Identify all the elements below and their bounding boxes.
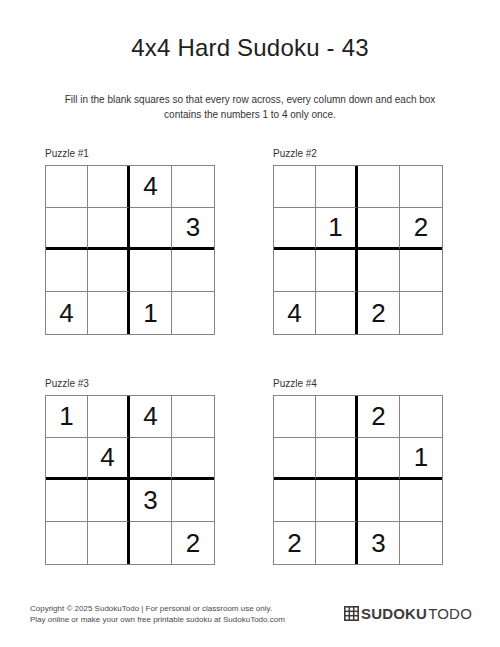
puzzle-label-2: Puzzle #2 <box>273 149 450 159</box>
sudoku-cell-r4c2 <box>88 522 130 564</box>
sudoku-cell-r4c3: 1 <box>130 292 172 334</box>
sudoku-cell-r4c2 <box>316 522 358 564</box>
sudoku-cell-r1c2 <box>316 166 358 208</box>
sudoku-cell-r3c4 <box>400 250 442 292</box>
sudoku-cell-r3c1 <box>274 480 316 522</box>
sudoku-cell-r4c1: 4 <box>46 292 88 334</box>
sudoku-cell-r1c4 <box>400 166 442 208</box>
sudoku-cell-r3c4 <box>400 480 442 522</box>
sudoku-cell-r4c3: 3 <box>358 522 400 564</box>
sudoku-cell-r1c4 <box>172 166 214 208</box>
puzzle-block-4: Puzzle #4 2123 <box>273 379 450 565</box>
sudoku-cell-r4c2 <box>88 292 130 334</box>
grid-icon <box>344 606 359 621</box>
sudoku-cell-r1c3: 4 <box>130 166 172 208</box>
sudoku-cell-r2c3 <box>358 438 400 480</box>
sudoku-cell-r3c1 <box>46 480 88 522</box>
sudoku-grid-4: 2123 <box>273 395 443 565</box>
puzzle-block-1: Puzzle #1 4341 <box>45 149 222 335</box>
puzzle-label-1: Puzzle #1 <box>45 149 222 159</box>
sudoku-cell-r1c2 <box>316 396 358 438</box>
sudoku-cell-r3c1 <box>46 250 88 292</box>
sudoku-cell-r3c2 <box>316 250 358 292</box>
sudoku-cell-r3c3 <box>358 250 400 292</box>
sudoku-cell-r2c1 <box>274 208 316 250</box>
sudoku-cell-r2c2: 4 <box>88 438 130 480</box>
sudoku-cell-r2c4: 1 <box>400 438 442 480</box>
sudoku-cell-r4c4 <box>400 522 442 564</box>
sudoku-cell-r2c1 <box>274 438 316 480</box>
sudoku-cell-r2c2 <box>88 208 130 250</box>
sudoku-cell-r4c1: 4 <box>274 292 316 334</box>
sudoku-cell-r2c3 <box>130 208 172 250</box>
sudoku-cell-r4c4 <box>172 292 214 334</box>
sudoku-cell-r1c3: 4 <box>130 396 172 438</box>
sudoku-cell-r2c2: 1 <box>316 208 358 250</box>
sudoku-cell-r4c1 <box>46 522 88 564</box>
sudoku-cell-r1c2 <box>88 166 130 208</box>
sudoku-cell-r4c3 <box>130 522 172 564</box>
sudoku-cell-r1c3 <box>358 166 400 208</box>
sudoku-cell-r2c2 <box>316 438 358 480</box>
sudoku-cell-r1c3: 2 <box>358 396 400 438</box>
page-title: 4x4 Hard Sudoku - 43 <box>0 35 500 61</box>
sudoku-grid-1: 4341 <box>45 165 215 335</box>
sudoku-cell-r1c1 <box>46 166 88 208</box>
copyright-line-2: Play online or make your own free printa… <box>30 614 285 625</box>
sudoku-cell-r2c3 <box>358 208 400 250</box>
sudoku-cell-r4c4 <box>400 292 442 334</box>
sudoku-cell-r3c3 <box>358 480 400 522</box>
sudoku-cell-r3c2 <box>88 480 130 522</box>
sudoku-cell-r1c4 <box>172 396 214 438</box>
printable-sudoku-page: { "game": "4x4 sudoku", "title": "4x4 Ha… <box>0 0 500 647</box>
logo-text-sudoku: SUDOKU <box>361 605 427 622</box>
sudoku-grid-3: 14432 <box>45 395 215 565</box>
sudoku-cell-r3c4 <box>172 480 214 522</box>
sudoku-cell-r1c2 <box>88 396 130 438</box>
footer-copyright: Copyright © 2025 SudokuTodo | For person… <box>30 603 285 625</box>
sudoku-cell-r1c4 <box>400 396 442 438</box>
sudoku-cell-r3c4 <box>172 250 214 292</box>
sudoku-cell-r2c1 <box>46 208 88 250</box>
puzzle-label-3: Puzzle #3 <box>45 379 222 389</box>
puzzle-block-2: Puzzle #2 1242 <box>273 149 450 335</box>
logo-text-todo: TODO <box>428 605 472 622</box>
sudoku-cell-r2c3 <box>130 438 172 480</box>
sudoku-cell-r4c1: 2 <box>274 522 316 564</box>
sudoku-cell-r2c1 <box>46 438 88 480</box>
sudoku-cell-r4c4: 2 <box>172 522 214 564</box>
sudoku-cell-r3c2 <box>316 480 358 522</box>
sudoku-cell-r3c2 <box>88 250 130 292</box>
copyright-line-1: Copyright © 2025 SudokuTodo | For person… <box>30 603 285 614</box>
footer: Copyright © 2025 SudokuTodo | For person… <box>0 603 500 625</box>
puzzle-area: Puzzle #1 4341 Puzzle #2 1242 Puzzle #3 … <box>0 149 500 609</box>
sudoku-cell-r3c1 <box>274 250 316 292</box>
sudoku-cell-r4c2 <box>316 292 358 334</box>
sudoku-cell-r2c4: 3 <box>172 208 214 250</box>
sudoku-cell-r2c4: 2 <box>400 208 442 250</box>
sudoku-cell-r3c3: 3 <box>130 480 172 522</box>
sudoku-grid-2: 1242 <box>273 165 443 335</box>
instructions: Fill in the blank squares so that every … <box>64 93 436 122</box>
brand-logo: SUDOKU TODO <box>344 605 472 622</box>
sudoku-cell-r1c1 <box>274 396 316 438</box>
sudoku-cell-r1c1: 1 <box>46 396 88 438</box>
sudoku-cell-r3c3 <box>130 250 172 292</box>
sudoku-cell-r4c3: 2 <box>358 292 400 334</box>
sudoku-cell-r2c4 <box>172 438 214 480</box>
puzzle-block-3: Puzzle #3 14432 <box>45 379 222 565</box>
sudoku-cell-r1c1 <box>274 166 316 208</box>
puzzle-label-4: Puzzle #4 <box>273 379 450 389</box>
